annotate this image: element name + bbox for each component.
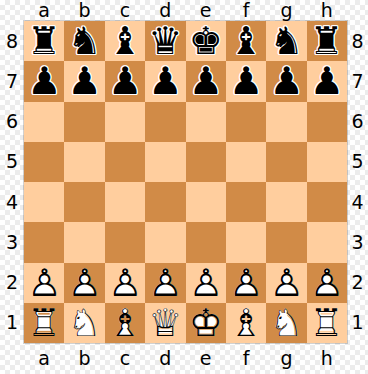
rank-label-right-8: 8 [347,21,368,61]
square-b6 [64,102,104,142]
square-e1: ♚♔ [186,303,226,343]
white-piece-outline: ♗ [108,301,142,345]
white-piece-outline: ♕ [148,301,182,345]
square-h3 [307,222,347,262]
white-queen-piece: ♛♕ [148,304,182,342]
black-rook-piece: ♜ [310,22,344,60]
white-piece-outline: ♙ [189,261,223,305]
file-label-top-d: d [145,0,185,21]
white-king-piece: ♚♔ [189,304,223,342]
square-f2: ♟♙ [226,263,266,303]
black-pawn-piece: ♟ [310,62,344,100]
black-bishop-piece: ♝ [229,22,263,60]
white-pawn-piece: ♟♙ [310,264,344,302]
square-b7: ♟ [64,61,104,101]
white-piece-outline: ♔ [189,301,223,345]
white-knight-piece: ♞♘ [68,304,102,342]
square-f8: ♝ [226,21,266,61]
square-e7: ♟ [186,61,226,101]
file-label-bottom-g: g [266,343,306,374]
square-g5 [266,142,306,182]
white-bishop-piece: ♝♗ [108,304,142,342]
square-b5 [64,142,104,182]
square-h6 [307,102,347,142]
white-pawn-piece: ♟♙ [229,264,263,302]
file-label-bottom-f: f [226,343,266,374]
square-a3 [24,222,64,262]
square-f4 [226,182,266,222]
rank-label-right-1: 1 [347,303,368,343]
black-pawn-piece: ♟ [148,62,182,100]
black-knight-piece: ♞ [269,22,303,60]
black-pawn-piece: ♟ [189,62,223,100]
file-label-top-b: b [64,0,104,21]
square-d7: ♟ [145,61,185,101]
square-e2: ♟♙ [186,263,226,303]
square-c6 [105,102,145,142]
white-pawn-piece: ♟♙ [68,264,102,302]
rank-labels-right: 87654321 [347,21,368,343]
white-bishop-piece: ♝♗ [229,304,263,342]
square-g8: ♞ [266,21,306,61]
square-b3 [64,222,104,262]
square-d6 [145,102,185,142]
square-c8: ♝ [105,21,145,61]
rank-label-right-7: 7 [347,61,368,101]
rank-label-left-2: 2 [0,263,24,303]
white-piece-outline: ♙ [68,261,102,305]
square-g1: ♞♘ [266,303,306,343]
white-piece-outline: ♙ [310,261,344,305]
white-rook-piece: ♜♖ [27,304,61,342]
square-c3 [105,222,145,262]
white-rook-piece: ♜♖ [310,304,344,342]
square-g3 [266,222,306,262]
white-piece-outline: ♙ [27,261,61,305]
square-h1: ♜♖ [307,303,347,343]
white-piece-outline: ♙ [269,261,303,305]
square-e5 [186,142,226,182]
square-f3 [226,222,266,262]
square-f1: ♝♗ [226,303,266,343]
file-label-top-h: h [307,0,347,21]
rank-label-right-3: 3 [347,222,368,262]
square-e3 [186,222,226,262]
square-h8: ♜ [307,21,347,61]
square-e6 [186,102,226,142]
rank-label-right-6: 6 [347,102,368,142]
rank-label-left-1: 1 [0,303,24,343]
file-label-top-c: c [105,0,145,21]
square-e8: ♚ [186,21,226,61]
square-c5 [105,142,145,182]
square-d1: ♛♕ [145,303,185,343]
square-c7: ♟ [105,61,145,101]
square-c1: ♝♗ [105,303,145,343]
file-label-top-e: e [186,0,226,21]
white-piece-outline: ♙ [229,261,263,305]
square-e4 [186,182,226,222]
white-piece-outline: ♗ [229,301,263,345]
file-labels-bottom: abcdefgh [24,343,347,374]
square-f7: ♟ [226,61,266,101]
file-label-top-f: f [226,0,266,21]
rank-label-left-5: 5 [0,142,24,182]
black-queen-piece: ♛ [148,22,182,60]
file-label-bottom-b: b [64,343,104,374]
square-b2: ♟♙ [64,263,104,303]
square-a6 [24,102,64,142]
white-pawn-piece: ♟♙ [189,264,223,302]
square-a1: ♜♖ [24,303,64,343]
square-g4 [266,182,306,222]
black-rook-piece: ♜ [27,22,61,60]
square-a8: ♜ [24,21,64,61]
square-b8: ♞ [64,21,104,61]
file-labels-top: abcdefgh [24,0,347,21]
black-pawn-piece: ♟ [269,62,303,100]
black-pawn-piece: ♟ [229,62,263,100]
square-h5 [307,142,347,182]
file-label-bottom-d: d [145,343,185,374]
square-g2: ♟♙ [266,263,306,303]
black-knight-piece: ♞ [68,22,102,60]
file-label-bottom-e: e [186,343,226,374]
rank-label-left-6: 6 [0,102,24,142]
rank-label-right-4: 4 [347,182,368,222]
white-knight-piece: ♞♘ [269,304,303,342]
rank-label-right-5: 5 [347,142,368,182]
square-f6 [226,102,266,142]
square-a4 [24,182,64,222]
square-c4 [105,182,145,222]
black-king-piece: ♚ [189,22,223,60]
square-b4 [64,182,104,222]
file-label-bottom-h: h [307,343,347,374]
square-h2: ♟♙ [307,263,347,303]
file-label-bottom-c: c [105,343,145,374]
square-h7: ♟ [307,61,347,101]
white-piece-outline: ♘ [68,301,102,345]
file-label-top-g: g [266,0,306,21]
white-pawn-piece: ♟♙ [108,264,142,302]
square-d5 [145,142,185,182]
chess-board: ♜♞♝♛♚♝♞♜♟♟♟♟♟♟♟♟♟♙♟♙♟♙♟♙♟♙♟♙♟♙♟♙♜♖♞♘♝♗♛♕… [24,21,347,343]
white-piece-outline: ♖ [27,301,61,345]
square-d4 [145,182,185,222]
white-pawn-piece: ♟♙ [148,264,182,302]
square-g7: ♟ [266,61,306,101]
black-pawn-piece: ♟ [108,62,142,100]
square-a5 [24,142,64,182]
white-piece-outline: ♙ [108,261,142,305]
square-a2: ♟♙ [24,263,64,303]
black-bishop-piece: ♝ [108,22,142,60]
rank-label-right-2: 2 [347,263,368,303]
rank-labels-left: 87654321 [0,21,24,343]
rank-label-left-7: 7 [0,61,24,101]
white-pawn-piece: ♟♙ [269,264,303,302]
square-a7: ♟ [24,61,64,101]
square-d2: ♟♙ [145,263,185,303]
rank-label-left-4: 4 [0,182,24,222]
square-d3 [145,222,185,262]
black-pawn-piece: ♟ [68,62,102,100]
square-c2: ♟♙ [105,263,145,303]
rank-label-left-3: 3 [0,222,24,262]
white-piece-outline: ♘ [269,301,303,345]
square-f5 [226,142,266,182]
white-piece-outline: ♙ [148,261,182,305]
rank-label-left-8: 8 [0,21,24,61]
file-label-top-a: a [24,0,64,21]
square-h4 [307,182,347,222]
chessboard-diagram: abcdefgh 87654321 ♜♞♝♛♚♝♞♜♟♟♟♟♟♟♟♟♟♙♟♙♟♙… [0,0,368,374]
file-label-bottom-a: a [24,343,64,374]
black-pawn-piece: ♟ [27,62,61,100]
square-g6 [266,102,306,142]
white-piece-outline: ♖ [310,301,344,345]
white-pawn-piece: ♟♙ [27,264,61,302]
square-b1: ♞♘ [64,303,104,343]
square-d8: ♛ [145,21,185,61]
